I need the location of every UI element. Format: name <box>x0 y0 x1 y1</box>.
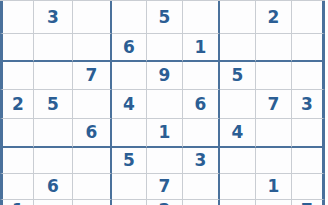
cell-r6c5[interactable]: 1 <box>147 119 183 148</box>
cell-r4c4[interactable] <box>112 62 147 90</box>
cell-r3c1[interactable] <box>0 34 34 62</box>
given-digit: 7 <box>159 178 171 195</box>
cell-r8c6[interactable] <box>183 174 220 200</box>
cell-r9c1[interactable]: 1 <box>0 200 34 205</box>
given-digit: 1 <box>268 178 280 195</box>
cell-r8c3[interactable] <box>73 174 112 200</box>
cell-r5c2[interactable]: 5 <box>34 90 73 119</box>
cell-r7c9[interactable] <box>292 148 325 174</box>
cell-r3c3[interactable] <box>73 34 112 62</box>
cell-r6c2[interactable] <box>34 119 73 148</box>
cell-r2c3[interactable] <box>73 1 112 34</box>
cell-r5c1[interactable]: 2 <box>0 90 34 119</box>
cell-r7c2[interactable] <box>34 148 73 174</box>
cell-r2c8[interactable]: 2 <box>256 1 292 34</box>
cell-r7c1[interactable] <box>0 148 34 174</box>
cell-r7c8[interactable] <box>256 148 292 174</box>
given-digit: 5 <box>159 9 171 26</box>
cell-r3c6[interactable]: 1 <box>183 34 220 62</box>
cell-r2c2[interactable]: 3 <box>34 1 73 34</box>
cell-r4c8[interactable] <box>256 62 292 90</box>
cell-r5c7[interactable] <box>220 90 256 119</box>
cell-r6c4[interactable] <box>112 119 147 148</box>
given-digit: 5 <box>47 96 59 113</box>
cell-r9c2[interactable] <box>34 200 73 205</box>
cell-r9c7[interactable] <box>220 200 256 205</box>
cell-r5c8[interactable]: 7 <box>256 90 292 119</box>
cell-r4c3[interactable]: 7 <box>73 62 112 90</box>
cell-r8c1[interactable] <box>0 174 34 200</box>
cell-r5c9[interactable]: 3 <box>292 90 325 119</box>
given-digit: 1 <box>12 202 24 205</box>
given-digit: 7 <box>86 67 98 84</box>
given-digit: 3 <box>301 96 313 113</box>
cell-r2c6[interactable] <box>183 1 220 34</box>
cell-r8c2[interactable]: 6 <box>34 174 73 200</box>
cell-r5c6[interactable]: 6 <box>183 90 220 119</box>
given-digit: 4 <box>232 124 244 141</box>
cell-r9c5[interactable]: 2 <box>147 200 183 205</box>
given-digit: 9 <box>159 67 171 84</box>
cell-r3c8[interactable] <box>256 34 292 62</box>
cell-r8c8[interactable]: 1 <box>256 174 292 200</box>
cell-r5c3[interactable] <box>73 90 112 119</box>
cell-r7c5[interactable] <box>147 148 183 174</box>
cell-r6c8[interactable] <box>256 119 292 148</box>
cell-r4c5[interactable]: 9 <box>147 62 183 90</box>
given-digit: 6 <box>86 124 98 141</box>
given-digit: 3 <box>47 9 59 26</box>
cell-r6c9[interactable] <box>292 119 325 148</box>
given-digit: 6 <box>47 178 59 195</box>
cell-r2c9[interactable] <box>292 1 325 34</box>
cell-r2c5[interactable]: 5 <box>147 1 183 34</box>
given-digit: 1 <box>195 39 207 56</box>
cell-r9c9[interactable]: 7 <box>292 200 325 205</box>
cell-r7c7[interactable] <box>220 148 256 174</box>
cell-r8c9[interactable] <box>292 174 325 200</box>
cell-r8c4[interactable] <box>112 174 147 200</box>
given-digit: 4 <box>123 96 135 113</box>
cell-r9c8[interactable] <box>256 200 292 205</box>
given-digit: 3 <box>195 152 207 169</box>
given-digit: 5 <box>123 152 135 169</box>
cell-r9c4[interactable] <box>112 200 147 205</box>
cell-r3c5[interactable] <box>147 34 183 62</box>
cell-r5c5[interactable] <box>147 90 183 119</box>
cell-r8c5[interactable]: 7 <box>147 174 183 200</box>
cell-r2c1[interactable] <box>0 1 34 34</box>
cell-r3c9[interactable] <box>292 34 325 62</box>
cell-r4c9[interactable] <box>292 62 325 90</box>
cell-r9c3[interactable] <box>73 200 112 205</box>
cell-r4c1[interactable] <box>0 62 34 90</box>
cell-r6c6[interactable] <box>183 119 220 148</box>
given-digit: 1 <box>159 124 171 141</box>
given-digit: 2 <box>159 202 171 205</box>
given-digit: 2 <box>12 96 24 113</box>
cell-r2c4[interactable] <box>112 1 147 34</box>
cell-r6c1[interactable] <box>0 119 34 148</box>
sudoku-board: 3526179525467361453671127 <box>0 0 325 205</box>
cell-r3c7[interactable] <box>220 34 256 62</box>
cell-r3c2[interactable] <box>34 34 73 62</box>
given-digit: 6 <box>195 96 207 113</box>
cell-r6c7[interactable]: 4 <box>220 119 256 148</box>
cell-r7c6[interactable]: 3 <box>183 148 220 174</box>
given-digit: 6 <box>123 39 135 56</box>
cell-r4c2[interactable] <box>34 62 73 90</box>
given-digit: 2 <box>268 9 280 26</box>
cell-r4c7[interactable]: 5 <box>220 62 256 90</box>
cell-r4c6[interactable] <box>183 62 220 90</box>
cell-r7c3[interactable] <box>73 148 112 174</box>
cell-r3c4[interactable]: 6 <box>112 34 147 62</box>
given-digit: 5 <box>232 67 244 84</box>
cell-r7c4[interactable]: 5 <box>112 148 147 174</box>
cell-r2c7[interactable] <box>220 1 256 34</box>
given-digit: 7 <box>301 202 313 205</box>
given-digit: 7 <box>268 96 280 113</box>
cell-r8c7[interactable] <box>220 174 256 200</box>
cell-r6c3[interactable]: 6 <box>73 119 112 148</box>
cell-r9c6[interactable] <box>183 200 220 205</box>
cell-r5c4[interactable]: 4 <box>112 90 147 119</box>
sudoku-viewport: 3526179525467361453671127 <box>0 0 328 205</box>
